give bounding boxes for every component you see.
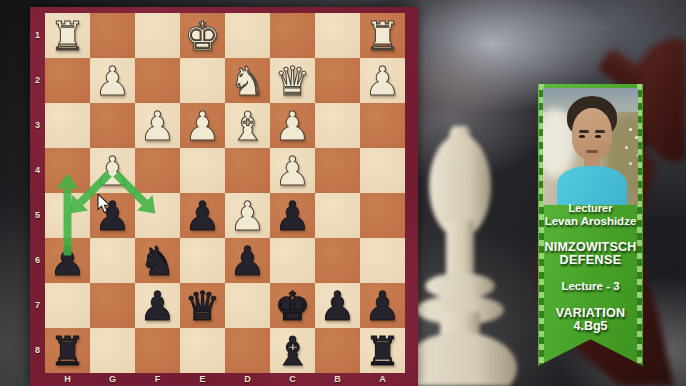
square-h8[interactable]: ♜ xyxy=(45,328,90,373)
white-pawn-g4: ♟ xyxy=(90,148,135,193)
square-f8[interactable] xyxy=(135,328,180,373)
video-frame: 12345678 ♜♚♜♟♞♛♟♟♟♝♟♟♟♟♟♟♟♟♞♟♟♛♚♟♟♜♝♜ HG… xyxy=(0,0,686,386)
square-d8[interactable] xyxy=(225,328,270,373)
photo-eye-right xyxy=(595,135,601,138)
lecture-number: Lecture - 3 xyxy=(538,280,643,292)
black-king-c7: ♚ xyxy=(270,283,315,328)
square-d6[interactable]: ♟ xyxy=(225,238,270,283)
square-b6[interactable] xyxy=(315,238,360,283)
square-c5[interactable]: ♟ xyxy=(270,193,315,238)
square-g1[interactable] xyxy=(90,13,135,58)
black-pawn-e5: ♟ xyxy=(180,193,225,238)
square-d4[interactable] xyxy=(225,148,270,193)
square-e1[interactable]: ♚ xyxy=(180,13,225,58)
black-pawn-b7: ♟ xyxy=(315,283,360,328)
rank-labels: 12345678 xyxy=(30,13,45,373)
square-e8[interactable] xyxy=(180,328,225,373)
square-c7[interactable]: ♚ xyxy=(270,283,315,328)
square-g6[interactable] xyxy=(90,238,135,283)
file-label-h: H xyxy=(45,373,90,386)
black-pawn-f7: ♟ xyxy=(135,283,180,328)
white-pawn-g2: ♟ xyxy=(90,58,135,103)
square-a3[interactable] xyxy=(360,103,405,148)
square-f2[interactable] xyxy=(135,58,180,103)
file-label-c: C xyxy=(270,373,315,386)
square-e5[interactable]: ♟ xyxy=(180,193,225,238)
file-labels: HGFEDCBA xyxy=(45,373,405,386)
square-a2[interactable]: ♟ xyxy=(360,58,405,103)
square-f4[interactable] xyxy=(135,148,180,193)
square-e6[interactable] xyxy=(180,238,225,283)
white-queen-c2: ♛ xyxy=(270,58,315,103)
rank-label-1: 1 xyxy=(30,13,45,58)
square-a5[interactable] xyxy=(360,193,405,238)
rank-label-8: 8 xyxy=(30,328,45,373)
square-c2[interactable]: ♛ xyxy=(270,58,315,103)
square-e7[interactable]: ♛ xyxy=(180,283,225,328)
variation-label: VARIATION xyxy=(538,306,643,320)
square-g8[interactable] xyxy=(90,328,135,373)
square-d7[interactable] xyxy=(225,283,270,328)
square-g2[interactable]: ♟ xyxy=(90,58,135,103)
white-pawn-a2: ♟ xyxy=(360,58,405,103)
white-king-e1: ♚ xyxy=(180,13,225,58)
black-queen-e7: ♛ xyxy=(180,283,225,328)
square-h6[interactable]: ♟ xyxy=(45,238,90,283)
square-h5[interactable] xyxy=(45,193,90,238)
square-a7[interactable]: ♟ xyxy=(360,283,405,328)
rank-label-7: 7 xyxy=(30,283,45,328)
square-h2[interactable] xyxy=(45,58,90,103)
square-a8[interactable]: ♜ xyxy=(360,328,405,373)
white-rook-h1: ♜ xyxy=(45,13,90,58)
white-pawn-f3: ♟ xyxy=(135,103,180,148)
square-d5[interactable]: ♟ xyxy=(225,193,270,238)
rank-label-2: 2 xyxy=(30,58,45,103)
opening-name-line1: NIMZOWITSCH xyxy=(538,240,643,254)
square-d3[interactable]: ♝ xyxy=(225,103,270,148)
white-pawn-d5: ♟ xyxy=(225,193,270,238)
square-c1[interactable] xyxy=(270,13,315,58)
photo-eyebrow-left xyxy=(579,130,589,133)
file-label-e: E xyxy=(180,373,225,386)
lecture-ribbon: Lecturer Levan Aroshidze NIMZOWITSCH DEF… xyxy=(538,84,643,366)
lecturer-label: Lecturer xyxy=(538,202,643,214)
square-a1[interactable]: ♜ xyxy=(360,13,405,58)
white-pawn-c4: ♟ xyxy=(270,148,315,193)
square-g3[interactable] xyxy=(90,103,135,148)
file-label-b: B xyxy=(315,373,360,386)
black-rook-a8: ♜ xyxy=(360,328,405,373)
square-d1[interactable] xyxy=(225,13,270,58)
file-label-d: D xyxy=(225,373,270,386)
square-f7[interactable]: ♟ xyxy=(135,283,180,328)
square-e2[interactable] xyxy=(180,58,225,103)
black-bishop-c8: ♝ xyxy=(270,328,315,373)
square-f5[interactable] xyxy=(135,193,180,238)
square-f1[interactable] xyxy=(135,13,180,58)
square-b1[interactable] xyxy=(315,13,360,58)
square-c8[interactable]: ♝ xyxy=(270,328,315,373)
mouse-cursor xyxy=(97,194,112,215)
lecturer-name: Levan Aroshidze xyxy=(538,215,643,227)
square-b5[interactable] xyxy=(315,193,360,238)
black-pawn-a7: ♟ xyxy=(360,283,405,328)
square-h7[interactable] xyxy=(45,283,90,328)
opening-name-line2: DEFENSE xyxy=(538,253,643,267)
square-b2[interactable] xyxy=(315,58,360,103)
black-pawn-d6: ♟ xyxy=(225,238,270,283)
photo-building-specks xyxy=(629,128,632,131)
photo-shirt xyxy=(557,166,627,205)
white-pawn-e3: ♟ xyxy=(180,103,225,148)
square-d2[interactable]: ♞ xyxy=(225,58,270,103)
variation-move: 4.Bg5 xyxy=(538,319,643,333)
white-rook-a1: ♜ xyxy=(360,13,405,58)
lecturer-photo xyxy=(543,88,638,205)
rank-label-3: 3 xyxy=(30,103,45,148)
square-b7[interactable]: ♟ xyxy=(315,283,360,328)
black-knight-f6: ♞ xyxy=(135,238,180,283)
photo-mouth xyxy=(586,150,598,153)
square-b3[interactable] xyxy=(315,103,360,148)
square-c6[interactable] xyxy=(270,238,315,283)
square-a4[interactable] xyxy=(360,148,405,193)
black-pawn-c5: ♟ xyxy=(270,193,315,238)
chess-board: 12345678 ♜♚♜♟♞♛♟♟♟♝♟♟♟♟♟♟♟♟♞♟♟♛♚♟♟♜♝♜ HG… xyxy=(30,7,418,386)
photo-eyebrow-right xyxy=(595,130,605,133)
white-knight-d2: ♞ xyxy=(225,58,270,103)
square-e4[interactable] xyxy=(180,148,225,193)
white-bishop-d3: ♝ xyxy=(225,103,270,148)
file-label-f: F xyxy=(135,373,180,386)
black-pawn-h6: ♟ xyxy=(45,238,90,283)
square-h1[interactable]: ♜ xyxy=(45,13,90,58)
file-label-a: A xyxy=(360,373,405,386)
square-g4[interactable]: ♟ xyxy=(90,148,135,193)
square-g7[interactable] xyxy=(90,283,135,328)
square-h4[interactable] xyxy=(45,148,90,193)
rank-label-6: 6 xyxy=(30,238,45,283)
square-b4[interactable] xyxy=(315,148,360,193)
board-squares: ♜♚♜♟♞♛♟♟♟♝♟♟♟♟♟♟♟♟♞♟♟♛♚♟♟♜♝♜ xyxy=(45,13,405,373)
file-label-g: G xyxy=(90,373,135,386)
square-f6[interactable]: ♞ xyxy=(135,238,180,283)
photo-eye-left xyxy=(579,135,585,138)
white-pawn-c3: ♟ xyxy=(270,103,315,148)
square-a6[interactable] xyxy=(360,238,405,283)
square-h3[interactable] xyxy=(45,103,90,148)
square-e3[interactable]: ♟ xyxy=(180,103,225,148)
square-c3[interactable]: ♟ xyxy=(270,103,315,148)
rank-label-4: 4 xyxy=(30,148,45,193)
rank-label-5: 5 xyxy=(30,193,45,238)
square-c4[interactable]: ♟ xyxy=(270,148,315,193)
black-rook-h8: ♜ xyxy=(45,328,90,373)
square-f3[interactable]: ♟ xyxy=(135,103,180,148)
square-b8[interactable] xyxy=(315,328,360,373)
